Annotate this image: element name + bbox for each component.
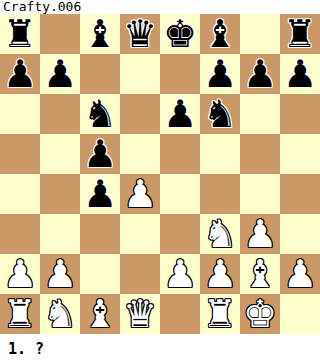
black-knight: ♞ (83, 94, 117, 134)
square-g7[interactable]: ♟ (240, 54, 280, 94)
square-a8[interactable]: ♜ (0, 14, 40, 54)
square-a3[interactable] (0, 214, 40, 254)
black-pawn: ♟ (83, 174, 117, 214)
square-b3[interactable] (40, 214, 80, 254)
square-e1[interactable] (160, 294, 200, 334)
white-queen: ♛ (123, 294, 157, 334)
black-rook: ♜ (3, 14, 37, 54)
square-f8[interactable]: ♝ (200, 14, 240, 54)
white-bishop: ♝ (83, 294, 117, 334)
square-h6[interactable] (280, 94, 320, 134)
square-c6[interactable]: ♞ (80, 94, 120, 134)
square-a5[interactable] (0, 134, 40, 174)
square-h3[interactable] (280, 214, 320, 254)
black-pawn: ♟ (3, 54, 37, 94)
square-e6[interactable]: ♟ (160, 94, 200, 134)
square-f3[interactable]: ♞ (200, 214, 240, 254)
square-e2[interactable]: ♟ (160, 254, 200, 294)
square-b2[interactable]: ♟ (40, 254, 80, 294)
square-a7[interactable]: ♟ (0, 54, 40, 94)
window-title: Crafty.006 (0, 0, 320, 14)
black-pawn: ♟ (243, 54, 277, 94)
square-g8[interactable] (240, 14, 280, 54)
square-h8[interactable]: ♜ (280, 14, 320, 54)
square-d1[interactable]: ♛ (120, 294, 160, 334)
square-f1[interactable]: ♜ (200, 294, 240, 334)
black-knight: ♞ (203, 94, 237, 134)
black-pawn: ♟ (43, 54, 77, 94)
white-rook: ♜ (203, 294, 237, 334)
square-h2[interactable]: ♟ (280, 254, 320, 294)
black-bishop: ♝ (203, 14, 237, 54)
square-g6[interactable] (240, 94, 280, 134)
square-c8[interactable]: ♝ (80, 14, 120, 54)
white-pawn: ♟ (43, 254, 77, 294)
white-bishop: ♝ (243, 254, 277, 294)
square-d8[interactable]: ♛ (120, 14, 160, 54)
white-knight: ♞ (203, 214, 237, 254)
black-rook: ♜ (283, 14, 317, 54)
white-rook: ♜ (3, 294, 37, 334)
square-g4[interactable] (240, 174, 280, 214)
white-pawn: ♟ (283, 254, 317, 294)
square-h5[interactable] (280, 134, 320, 174)
square-g2[interactable]: ♝ (240, 254, 280, 294)
square-c7[interactable] (80, 54, 120, 94)
white-knight: ♞ (43, 294, 77, 334)
square-b6[interactable] (40, 94, 80, 134)
black-pawn: ♟ (163, 94, 197, 134)
square-f7[interactable]: ♟ (200, 54, 240, 94)
black-pawn: ♟ (203, 54, 237, 94)
white-pawn: ♟ (203, 254, 237, 294)
square-f2[interactable]: ♟ (200, 254, 240, 294)
square-g3[interactable]: ♟ (240, 214, 280, 254)
square-b4[interactable] (40, 174, 80, 214)
white-pawn: ♟ (3, 254, 37, 294)
square-d4[interactable]: ♟ (120, 174, 160, 214)
square-c3[interactable] (80, 214, 120, 254)
square-b8[interactable] (40, 14, 80, 54)
square-b7[interactable]: ♟ (40, 54, 80, 94)
square-e3[interactable] (160, 214, 200, 254)
square-c2[interactable] (80, 254, 120, 294)
black-pawn: ♟ (283, 54, 317, 94)
white-pawn: ♟ (243, 214, 277, 254)
square-f6[interactable]: ♞ (200, 94, 240, 134)
square-g5[interactable] (240, 134, 280, 174)
square-e4[interactable] (160, 174, 200, 214)
chess-board: ♜♝♛♚♝♜♟♟♟♟♟♞♟♞♟♟♟♞♟♟♟♟♟♝♟♜♞♝♛♜♚ (0, 14, 320, 334)
black-queen: ♛ (123, 14, 157, 54)
square-d6[interactable] (120, 94, 160, 134)
square-d3[interactable] (120, 214, 160, 254)
square-b1[interactable]: ♞ (40, 294, 80, 334)
square-a2[interactable]: ♟ (0, 254, 40, 294)
square-e8[interactable]: ♚ (160, 14, 200, 54)
black-pawn: ♟ (83, 134, 117, 174)
square-g1[interactable]: ♚ (240, 294, 280, 334)
black-bishop: ♝ (83, 14, 117, 54)
square-c5[interactable]: ♟ (80, 134, 120, 174)
square-a6[interactable] (0, 94, 40, 134)
square-e7[interactable] (160, 54, 200, 94)
square-c4[interactable]: ♟ (80, 174, 120, 214)
black-king: ♚ (163, 14, 197, 54)
square-f5[interactable] (200, 134, 240, 174)
square-e5[interactable] (160, 134, 200, 174)
square-h4[interactable] (280, 174, 320, 214)
white-king: ♚ (243, 294, 277, 334)
square-d7[interactable] (120, 54, 160, 94)
square-a4[interactable] (0, 174, 40, 214)
square-d5[interactable] (120, 134, 160, 174)
white-pawn: ♟ (123, 174, 157, 214)
square-h7[interactable]: ♟ (280, 54, 320, 94)
white-pawn: ♟ (163, 254, 197, 294)
move-prompt: 1. ? (0, 334, 320, 360)
square-f4[interactable] (200, 174, 240, 214)
square-d2[interactable] (120, 254, 160, 294)
square-h1[interactable] (280, 294, 320, 334)
square-a1[interactable]: ♜ (0, 294, 40, 334)
square-b5[interactable] (40, 134, 80, 174)
square-c1[interactable]: ♝ (80, 294, 120, 334)
